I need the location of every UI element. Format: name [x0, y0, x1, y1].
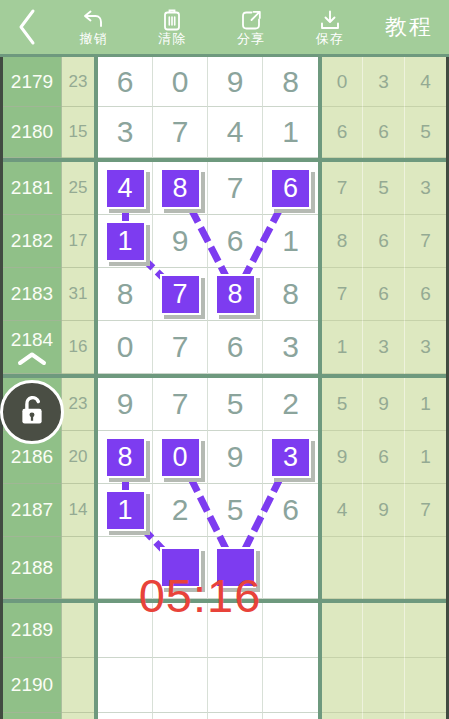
row-2181: 2181254876753 [3, 162, 446, 215]
marked-digit[interactable]: 8 [215, 274, 256, 315]
digit-cell-2187-2[interactable]: 2 [153, 484, 208, 537]
digit-cell-2186-4[interactable]: 3 [263, 431, 318, 484]
digit-cell-2182-4[interactable]: 1 [263, 215, 318, 268]
marked-digit[interactable] [160, 547, 201, 588]
digit-cell-2183-1[interactable]: 8 [98, 268, 153, 321]
sum-cell: 14 [62, 484, 94, 537]
issue-cell: 2188 [3, 537, 62, 599]
marked-digit[interactable]: 0 [160, 437, 201, 478]
digit-cell-2181-1[interactable]: 4 [98, 162, 153, 215]
issue-label: 2187 [11, 499, 53, 521]
digit-cell-2189-4[interactable] [263, 603, 318, 658]
digit-cell-2187-1[interactable]: 1 [98, 484, 153, 537]
undo-label: 撤销 [79, 32, 107, 46]
digit-cell-2184-1[interactable]: 0 [98, 321, 153, 374]
trend-chart-grid: 2179236098034218015374166521812548767532… [0, 57, 449, 719]
digit-cell-2179-3[interactable]: 9 [208, 57, 263, 107]
open-padlock-icon [15, 393, 49, 431]
digit-cell-2189-3[interactable] [208, 603, 263, 658]
digit-cell-2184-3[interactable]: 6 [208, 321, 263, 374]
marked-digit[interactable]: 1 [105, 221, 146, 262]
extra-cell: 7 [405, 484, 446, 537]
extra-cell: 6 [363, 215, 405, 268]
extra-cell [363, 658, 405, 713]
trash-icon [160, 9, 184, 31]
digit-cell [208, 713, 263, 719]
issue-label: 2189 [11, 619, 53, 641]
issue-cell: 2182 [3, 215, 62, 268]
digit-cell-2180-2[interactable]: 7 [153, 107, 208, 158]
row-2187: 2187141256497 [3, 484, 446, 537]
marked-digit[interactable]: 8 [160, 168, 201, 209]
sum-cell: 23 [62, 57, 94, 107]
issue-label: 2179 [11, 71, 53, 93]
digit-cell-2189-1[interactable] [98, 603, 153, 658]
digit-cell-2181-2[interactable]: 8 [153, 162, 208, 215]
issue-cell: 2181 [3, 162, 62, 215]
save-button[interactable]: 保存 [316, 9, 344, 46]
row-partial [3, 713, 446, 719]
extra-cell: 6 [363, 107, 405, 158]
extra-cell: 3 [363, 321, 405, 374]
digit-cell-2184-4[interactable]: 3 [263, 321, 318, 374]
marked-digit[interactable]: 4 [105, 168, 146, 209]
digit-cell-2189-2[interactable] [153, 603, 208, 658]
digit-cell-2184-2[interactable]: 7 [153, 321, 208, 374]
toolbar-actions: 撤销 清除 分享 [54, 9, 369, 46]
row-2182: 2182171961867 [3, 215, 446, 268]
digit-cell-2181-3[interactable]: 7 [208, 162, 263, 215]
sum-cell [62, 603, 94, 658]
extra-cell: 9 [363, 378, 405, 431]
issue-cell: 2183 [3, 268, 62, 321]
digit-cell-2187-4[interactable]: 6 [263, 484, 318, 537]
digit-cell [153, 713, 208, 719]
row-2183: 2183318788766 [3, 268, 446, 321]
extra-cell [405, 658, 446, 713]
extra-cell: 7 [322, 162, 363, 215]
extra-cell: 3 [405, 321, 446, 374]
issue-label: 2181 [11, 177, 53, 199]
digit-cell-2182-3[interactable]: 6 [208, 215, 263, 268]
marked-digit[interactable]: 7 [160, 274, 201, 315]
row-2188: 2188 [3, 537, 446, 599]
digit-cell-2179-2[interactable]: 0 [153, 57, 208, 107]
digit-cell-2185-4[interactable]: 2 [263, 378, 318, 431]
extra-cell [405, 537, 446, 599]
extra-cell [322, 537, 363, 599]
issue-label: 2186 [11, 446, 53, 468]
row-2185: 2185239752591 [3, 378, 446, 431]
digit-cell-2180-3[interactable]: 4 [208, 107, 263, 158]
tutorial-button[interactable]: 教程 [369, 12, 449, 42]
extra-cell: 5 [322, 378, 363, 431]
extra-cell: 1 [405, 431, 446, 484]
digit-cell-2181-4[interactable]: 6 [263, 162, 318, 215]
marked-digit[interactable] [215, 547, 256, 588]
digit-cell-2188-2[interactable] [153, 537, 208, 599]
extra-cell: 8 [322, 215, 363, 268]
issue-cell: 2180 [3, 107, 62, 158]
digit-cell-2188-3[interactable] [208, 537, 263, 599]
extra-cell [405, 713, 446, 719]
digit-cell-2190-3[interactable] [208, 658, 263, 713]
extra-cell: 3 [363, 57, 405, 107]
marked-digit[interactable]: 6 [270, 168, 311, 209]
sum-cell: 16 [62, 321, 94, 374]
row-2180: 2180153741665 [3, 107, 446, 158]
app-screen: 撤销 清除 分享 [0, 0, 449, 719]
issue-cell [3, 713, 62, 719]
extra-cell: 5 [405, 107, 446, 158]
extra-cell: 4 [322, 484, 363, 537]
digit-cell-2182-1[interactable]: 1 [98, 215, 153, 268]
row-2179: 2179236098034 [3, 57, 446, 107]
digit-cell-2188-4[interactable] [263, 537, 318, 599]
digit-cell [98, 713, 153, 719]
sum-cell [62, 537, 94, 599]
digit-cell-2190-2[interactable] [153, 658, 208, 713]
extra-cell [363, 537, 405, 599]
marked-digit[interactable]: 1 [105, 490, 146, 531]
row-2184: 2184160763133 [3, 321, 446, 374]
back-button[interactable] [0, 8, 54, 46]
row-2189: 2189 [3, 603, 446, 658]
toolbar: 撤销 清除 分享 [0, 0, 449, 57]
lock-toggle[interactable] [0, 380, 64, 444]
digit-cell-2185-1[interactable]: 9 [98, 378, 153, 431]
digit-cell-2180-4[interactable]: 1 [263, 107, 318, 158]
clear-button[interactable]: 清除 [158, 9, 186, 46]
share-button[interactable]: 分享 [237, 9, 265, 46]
extra-cell: 1 [405, 378, 446, 431]
issue-label: 2182 [11, 230, 53, 252]
sum-cell: 17 [62, 215, 94, 268]
issue-label: 2188 [11, 557, 53, 579]
digit-cell-2179-1[interactable]: 6 [98, 57, 153, 107]
save-label: 保存 [316, 32, 344, 46]
share-icon [239, 9, 263, 31]
sum-cell: 31 [62, 268, 94, 321]
row-2190: 2190 [3, 658, 446, 713]
digit-cell-2185-2[interactable]: 7 [153, 378, 208, 431]
extra-cell: 9 [363, 484, 405, 537]
digit-cell-2188-1[interactable] [98, 537, 153, 599]
digit-cell-2183-2[interactable]: 7 [153, 268, 208, 321]
digit-cell-2183-4[interactable]: 8 [263, 268, 318, 321]
extra-cell: 0 [322, 57, 363, 107]
undo-button[interactable]: 撤销 [79, 9, 107, 46]
extra-cell: 3 [405, 162, 446, 215]
digit-cell-2185-3[interactable]: 5 [208, 378, 263, 431]
issue-label: 2183 [11, 283, 53, 305]
digit-cell-2190-1[interactable] [98, 658, 153, 713]
digit-cell-2190-4[interactable] [263, 658, 318, 713]
extra-cell: 6 [363, 431, 405, 484]
chevron-left-icon [15, 8, 39, 46]
digit-cell-2179-4[interactable]: 8 [263, 57, 318, 107]
extra-cell: 5 [363, 162, 405, 215]
sum-cell: 20 [62, 431, 94, 484]
extra-cell [322, 713, 363, 719]
digit-cell-2187-3[interactable]: 5 [208, 484, 263, 537]
sum-cell: 25 [62, 162, 94, 215]
issue-cell: 2187 [3, 484, 62, 537]
extra-cell: 7 [322, 268, 363, 321]
digit-cell-2186-1[interactable]: 8 [98, 431, 153, 484]
issue-label: 2190 [11, 674, 53, 696]
marked-digit[interactable]: 3 [270, 437, 311, 478]
caret-up-icon [17, 352, 47, 366]
extra-cell: 6 [322, 107, 363, 158]
digit-cell-2180-1[interactable]: 3 [98, 107, 153, 158]
extra-cell: 4 [405, 57, 446, 107]
row-2186: 2186208093961 [3, 431, 446, 484]
extra-cell [363, 713, 405, 719]
issue-cell: 2179 [3, 57, 62, 107]
issue-cell: 2190 [3, 658, 62, 713]
issue-label: 2184 [11, 329, 53, 351]
extra-cell [363, 603, 405, 658]
marked-digit[interactable]: 8 [105, 437, 146, 478]
extra-cell: 7 [405, 215, 446, 268]
extra-cell [322, 658, 363, 713]
issue-cell: 2189 [3, 603, 62, 658]
extra-cell: 1 [322, 321, 363, 374]
digit-cell-2186-2[interactable]: 0 [153, 431, 208, 484]
clear-label: 清除 [158, 32, 186, 46]
extra-cell [405, 603, 446, 658]
digit-cell [263, 713, 318, 719]
sum-cell: 23 [62, 378, 94, 431]
issue-label: 2180 [11, 121, 53, 143]
download-icon [318, 9, 342, 31]
digit-cell-2186-3[interactable]: 9 [208, 431, 263, 484]
extra-cell: 6 [405, 268, 446, 321]
sum-cell [62, 658, 94, 713]
extra-cell: 6 [363, 268, 405, 321]
share-label: 分享 [237, 32, 265, 46]
extra-cell [322, 603, 363, 658]
digit-cell-2182-2[interactable]: 9 [153, 215, 208, 268]
issue-cell: 2184 [3, 321, 62, 374]
sum-cell [62, 713, 94, 719]
digit-cell-2183-3[interactable]: 8 [208, 268, 263, 321]
undo-arrow-icon [81, 9, 105, 31]
sum-cell: 15 [62, 107, 94, 158]
extra-cell: 9 [322, 431, 363, 484]
